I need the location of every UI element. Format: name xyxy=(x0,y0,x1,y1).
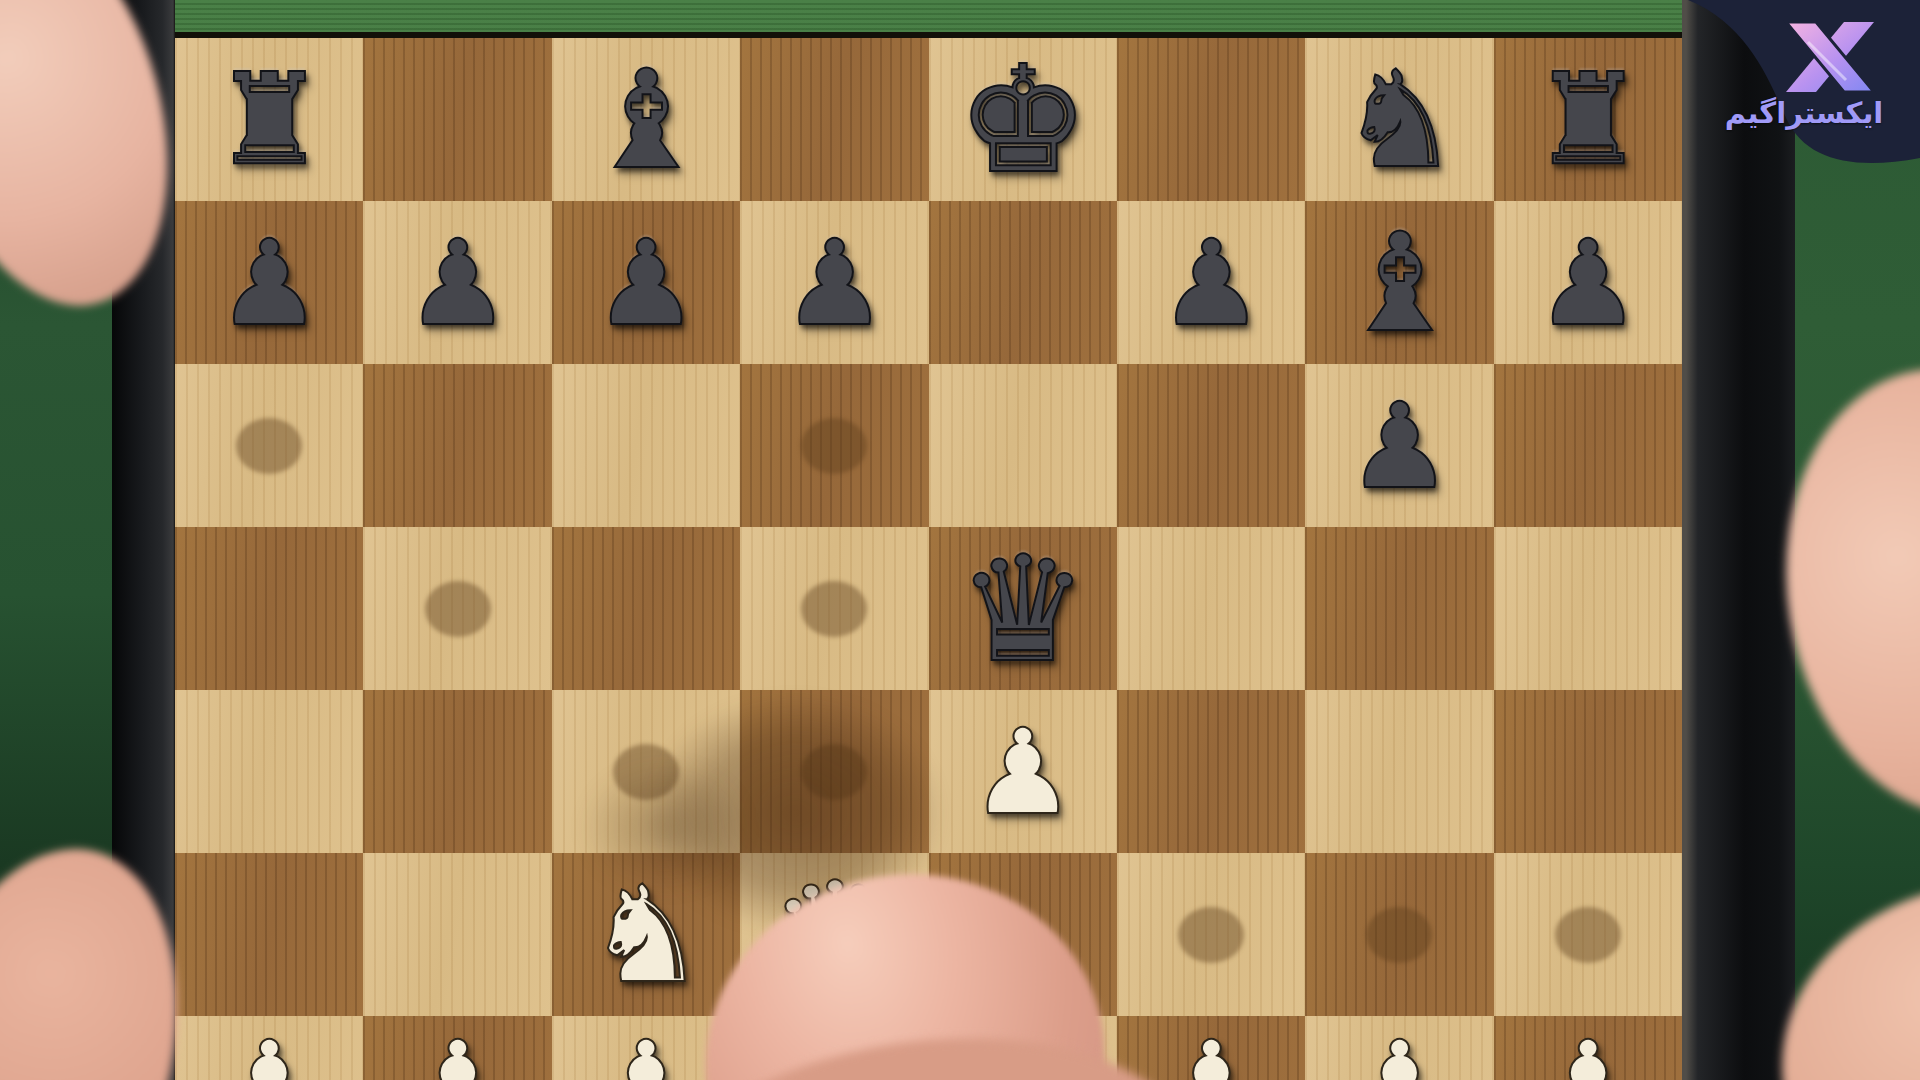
piece-black-pawn-h7[interactable]: ♟ xyxy=(1494,201,1683,364)
piece-black-rook-a8[interactable]: ♜ xyxy=(175,38,364,201)
piece-black-pawn-b7[interactable]: ♟ xyxy=(363,201,552,364)
phone-photo: ♜♝♚♞♜♟♟♟♟♟♝♟♟♛♟♞♛♟♟♟♟♟♟ ایکست xyxy=(0,0,1920,1080)
square-a3[interactable] xyxy=(175,853,364,1016)
piece-black-pawn-a7[interactable]: ♟ xyxy=(175,201,364,364)
square-f4[interactable] xyxy=(1117,690,1306,853)
piece-white-pawn-h2[interactable]: ♟ xyxy=(1494,1002,1683,1080)
piece-white-knight-c3[interactable]: ♞ xyxy=(552,853,741,1016)
square-a4[interactable] xyxy=(175,690,364,853)
piece-black-queen-e5[interactable]: ♛ xyxy=(929,527,1118,690)
square-f6[interactable] xyxy=(1117,364,1306,527)
move-hint-d5[interactable] xyxy=(801,581,867,637)
piece-black-pawn-d7[interactable]: ♟ xyxy=(740,201,929,364)
move-hint-b5[interactable] xyxy=(425,581,491,637)
move-hint-h3[interactable] xyxy=(1555,907,1621,963)
move-hint-f3[interactable] xyxy=(1178,907,1244,963)
piece-black-knight-g8[interactable]: ♞ xyxy=(1305,38,1494,201)
square-a5[interactable] xyxy=(175,527,364,690)
piece-white-pawn-a2[interactable]: ♟ xyxy=(175,1002,364,1080)
square-b6[interactable] xyxy=(363,364,552,527)
square-g5[interactable] xyxy=(1305,527,1494,690)
square-c5[interactable] xyxy=(552,527,741,690)
piece-black-rook-h8[interactable]: ♜ xyxy=(1494,38,1683,201)
square-f5[interactable] xyxy=(1117,527,1306,690)
move-hint-g3[interactable] xyxy=(1366,907,1432,963)
move-hint-d6[interactable] xyxy=(801,418,867,474)
piece-white-pawn-b2[interactable]: ♟ xyxy=(363,1002,552,1080)
square-c6[interactable] xyxy=(552,364,741,527)
piece-black-pawn-c7[interactable]: ♟ xyxy=(552,201,741,364)
square-f8[interactable] xyxy=(1117,38,1306,201)
square-g4[interactable] xyxy=(1305,690,1494,853)
square-h4[interactable] xyxy=(1494,690,1683,853)
move-hint-d4[interactable] xyxy=(801,744,867,800)
square-e7[interactable] xyxy=(929,201,1118,364)
square-b3[interactable] xyxy=(363,853,552,1016)
piece-black-pawn-f7[interactable]: ♟ xyxy=(1117,201,1306,364)
square-d8[interactable] xyxy=(740,38,929,201)
square-h6[interactable] xyxy=(1494,364,1683,527)
square-b8[interactable] xyxy=(363,38,552,201)
watermark-text: ایکستراگیم xyxy=(1706,96,1902,130)
move-hint-c4[interactable] xyxy=(613,744,679,800)
piece-black-bishop-c8[interactable]: ♝ xyxy=(552,38,741,201)
piece-white-pawn-f2[interactable]: ♟ xyxy=(1117,1002,1306,1080)
piece-black-king-e8[interactable]: ♚ xyxy=(929,38,1118,201)
move-hint-a6[interactable] xyxy=(236,418,302,474)
piece-white-pawn-e4[interactable]: ♟ xyxy=(929,690,1118,853)
square-b4[interactable] xyxy=(363,690,552,853)
square-h5[interactable] xyxy=(1494,527,1683,690)
square-e6[interactable] xyxy=(929,364,1118,527)
piece-black-bishop-g7[interactable]: ♝ xyxy=(1305,201,1494,364)
piece-black-pawn-g6[interactable]: ♟ xyxy=(1305,364,1494,527)
watermark-badge: ایکستراگیم xyxy=(1688,0,1920,210)
piece-white-pawn-g2[interactable]: ♟ xyxy=(1305,1002,1494,1080)
